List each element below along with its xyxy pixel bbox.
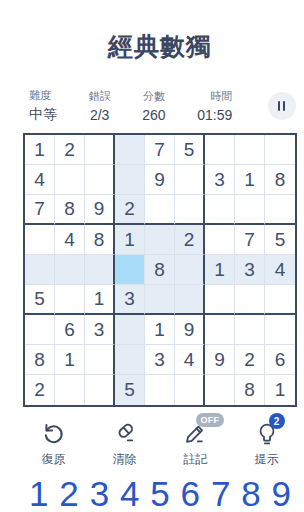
- eraser-icon: [112, 420, 138, 446]
- pencil-icon: OFF: [183, 420, 209, 446]
- cell-r1c7[interactable]: [205, 135, 235, 165]
- cell-r8c4[interactable]: [115, 345, 145, 375]
- cell-r2c5[interactable]: 9: [145, 165, 175, 195]
- undo-label: 復原: [42, 451, 66, 468]
- score-value: 260: [142, 107, 165, 123]
- cell-r7c4[interactable]: [115, 315, 145, 345]
- mistakes-label: 錯誤: [89, 89, 111, 104]
- cell-r5c9[interactable]: 4: [265, 255, 295, 285]
- action-bar: 復原 清除 OFF 註記: [18, 420, 302, 468]
- numpad-5[interactable]: 5: [150, 475, 169, 512]
- cell-r3c1[interactable]: 7: [25, 195, 55, 225]
- sudoku-app: 經典數獨 難度 中等 錯誤 2/3 分數 260 時間 01:59 127549…: [16, 0, 304, 512]
- stat-mistakes: 錯誤 2/3: [89, 89, 111, 123]
- numpad-4[interactable]: 4: [120, 475, 139, 512]
- cell-r1c8[interactable]: [235, 135, 265, 165]
- cell-r9c3[interactable]: [85, 375, 115, 405]
- cell-r5c8[interactable]: 3: [235, 255, 265, 285]
- pause-icon: [278, 101, 285, 111]
- cell-r9c5[interactable]: [145, 375, 175, 405]
- cell-r9c1[interactable]: 2: [25, 375, 55, 405]
- stats-bar: 難度 中等 錯誤 2/3 分數 260 時間 01:59: [29, 88, 296, 124]
- cell-r6c2[interactable]: [55, 285, 85, 315]
- numpad-6[interactable]: 6: [181, 475, 200, 512]
- cell-r6c8[interactable]: [235, 285, 265, 315]
- time-label: 時間: [210, 89, 232, 104]
- cell-r6c7[interactable]: [205, 285, 235, 315]
- cell-r7c3[interactable]: 3: [85, 315, 115, 345]
- hint-count-badge: 2: [269, 413, 285, 429]
- cell-r5c7[interactable]: 1: [205, 255, 235, 285]
- stat-time: 時間 01:59: [197, 89, 232, 123]
- cell-r3c3[interactable]: 9: [85, 195, 115, 225]
- cell-r2c4[interactable]: [115, 165, 145, 195]
- cell-r9c8[interactable]: 8: [235, 375, 265, 405]
- cell-r3c8[interactable]: [235, 195, 265, 225]
- cell-r3c9[interactable]: [265, 195, 295, 225]
- cell-r6c6[interactable]: [175, 285, 205, 315]
- cell-r4c5[interactable]: [145, 225, 175, 255]
- erase-button[interactable]: 清除: [93, 420, 157, 468]
- numpad-3[interactable]: 3: [90, 475, 109, 512]
- cell-r8c6[interactable]: 4: [175, 345, 205, 375]
- cell-r6c5[interactable]: [145, 285, 175, 315]
- cell-r4c7[interactable]: [205, 225, 235, 255]
- cell-r2c3[interactable]: [85, 165, 115, 195]
- cell-r4c3[interactable]: 8: [85, 225, 115, 255]
- bulb-icon: 2: [254, 420, 280, 446]
- hint-button[interactable]: 2 提示: [235, 420, 299, 468]
- erase-label: 清除: [113, 451, 137, 468]
- cell-r9c9[interactable]: 1: [265, 375, 295, 405]
- sudoku-board: 1275493187892481275813451363198134926258…: [23, 133, 297, 407]
- cell-r4c4[interactable]: 1: [115, 225, 145, 255]
- cell-r8c8[interactable]: 2: [235, 345, 265, 375]
- number-pad: 1 2 3 4 5 6 7 8 9: [16, 475, 304, 512]
- cell-r2c6[interactable]: [175, 165, 205, 195]
- notes-button[interactable]: OFF 註記: [164, 420, 228, 468]
- notes-off-badge: OFF: [196, 413, 225, 427]
- cell-r1c1[interactable]: 1: [25, 135, 55, 165]
- cell-r7c6[interactable]: 9: [175, 315, 205, 345]
- cell-r1c3[interactable]: [85, 135, 115, 165]
- cell-r9c2[interactable]: [55, 375, 85, 405]
- cell-r3c7[interactable]: [205, 195, 235, 225]
- cell-r1c5[interactable]: 7: [145, 135, 175, 165]
- cell-r8c5[interactable]: 3: [145, 345, 175, 375]
- numpad-9[interactable]: 9: [272, 475, 291, 512]
- cell-r1c9[interactable]: [265, 135, 295, 165]
- stat-score: 分數 260: [142, 89, 165, 123]
- numpad-7[interactable]: 7: [211, 475, 230, 512]
- cell-r2c1[interactable]: 4: [25, 165, 55, 195]
- undo-icon: [41, 420, 67, 446]
- pause-button[interactable]: [268, 92, 296, 120]
- cell-r5c1[interactable]: [25, 255, 55, 285]
- cell-r5c3[interactable]: [85, 255, 115, 285]
- cell-r6c4[interactable]: 3: [115, 285, 145, 315]
- cell-r1c4[interactable]: [115, 135, 145, 165]
- undo-button[interactable]: 復原: [22, 420, 86, 468]
- cell-r9c6[interactable]: [175, 375, 205, 405]
- cell-r6c9[interactable]: [265, 285, 295, 315]
- cell-r7c9[interactable]: [265, 315, 295, 345]
- numpad-2[interactable]: 2: [59, 475, 78, 512]
- cell-r2c9[interactable]: 8: [265, 165, 295, 195]
- cell-r6c3[interactable]: 1: [85, 285, 115, 315]
- cell-r4c9[interactable]: 5: [265, 225, 295, 255]
- mistakes-value: 2/3: [90, 107, 109, 123]
- cell-r2c2[interactable]: [55, 165, 85, 195]
- page-title: 經典數獨: [16, 30, 304, 63]
- cell-r2c8[interactable]: 1: [235, 165, 265, 195]
- cell-r3c4[interactable]: 2: [115, 195, 145, 225]
- cell-r4c8[interactable]: 7: [235, 225, 265, 255]
- cell-r5c2[interactable]: [55, 255, 85, 285]
- cell-r1c6[interactable]: 5: [175, 135, 205, 165]
- cell-r7c2[interactable]: 6: [55, 315, 85, 345]
- score-label: 分數: [143, 89, 165, 104]
- cell-r5c4[interactable]: [115, 255, 145, 285]
- stat-difficulty: 難度 中等: [29, 88, 57, 124]
- cell-r9c7[interactable]: [205, 375, 235, 405]
- cell-r7c8[interactable]: [235, 315, 265, 345]
- cell-r2c7[interactable]: 3: [205, 165, 235, 195]
- cell-r3c5[interactable]: [145, 195, 175, 225]
- cell-r3c2[interactable]: 8: [55, 195, 85, 225]
- cell-r5c5[interactable]: 8: [145, 255, 175, 285]
- numpad-1[interactable]: 1: [29, 475, 48, 512]
- cell-r8c7[interactable]: 9: [205, 345, 235, 375]
- cell-r9c4[interactable]: 5: [115, 375, 145, 405]
- difficulty-value: 中等: [29, 106, 57, 124]
- hint-label: 提示: [255, 451, 279, 468]
- cell-r7c1[interactable]: [25, 315, 55, 345]
- cell-r6c1[interactable]: 5: [25, 285, 55, 315]
- cell-r8c3[interactable]: [85, 345, 115, 375]
- notes-label: 註記: [184, 451, 208, 468]
- cell-r7c7[interactable]: [205, 315, 235, 345]
- cell-r8c9[interactable]: 6: [265, 345, 295, 375]
- numpad-8[interactable]: 8: [241, 475, 260, 512]
- cell-r5c6[interactable]: [175, 255, 205, 285]
- cell-r4c2[interactable]: 4: [55, 225, 85, 255]
- cell-r3c6[interactable]: [175, 195, 205, 225]
- cell-r1c2[interactable]: 2: [55, 135, 85, 165]
- difficulty-label: 難度: [29, 88, 51, 103]
- cell-r7c5[interactable]: 1: [145, 315, 175, 345]
- cell-r8c1[interactable]: 8: [25, 345, 55, 375]
- time-value: 01:59: [197, 107, 232, 123]
- cell-r4c6[interactable]: 2: [175, 225, 205, 255]
- cell-r4c1[interactable]: [25, 225, 55, 255]
- cell-r8c2[interactable]: 1: [55, 345, 85, 375]
